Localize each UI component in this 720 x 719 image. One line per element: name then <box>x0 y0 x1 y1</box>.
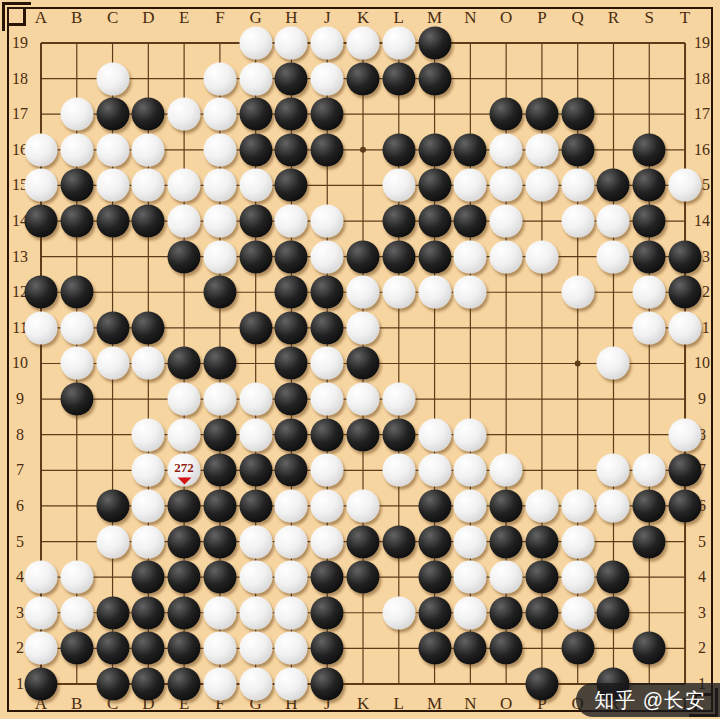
white-stone-C10 <box>96 347 129 380</box>
white-stone-B11 <box>60 311 93 344</box>
coordinate-label: 8 <box>16 427 24 443</box>
coordinate-label: M <box>427 695 442 712</box>
white-stone-B17 <box>60 98 93 131</box>
white-stone-D10 <box>132 347 165 380</box>
black-stone-S15 <box>633 169 666 202</box>
coordinate-label: A <box>35 9 47 26</box>
white-stone-B10 <box>60 347 93 380</box>
white-stone-N5 <box>454 525 487 558</box>
white-stone-G1 <box>239 667 272 700</box>
coordinate-label: 3 <box>698 605 706 621</box>
black-stone-K18 <box>347 62 380 95</box>
coordinate-label: Q <box>572 9 584 26</box>
coordinate-label: 6 <box>16 498 24 514</box>
black-stone-C17 <box>96 98 129 131</box>
white-stone-Q12 <box>561 276 594 309</box>
black-stone-M18 <box>418 62 451 95</box>
black-stone-G7 <box>239 454 272 487</box>
black-stone-R15 <box>597 169 630 202</box>
black-stone-J11 <box>311 311 344 344</box>
black-stone-D2 <box>132 632 165 665</box>
white-stone-M8 <box>418 418 451 451</box>
black-stone-T7 <box>669 454 702 487</box>
black-stone-M19 <box>418 27 451 60</box>
white-stone-J13 <box>311 240 344 273</box>
black-stone-M2 <box>418 632 451 665</box>
coordinate-label: H <box>285 9 297 26</box>
white-stone-F3 <box>203 596 236 629</box>
white-stone-G3 <box>239 596 272 629</box>
black-stone-S14 <box>633 205 666 238</box>
black-stone-C2 <box>96 632 129 665</box>
coordinate-label: 5 <box>16 534 24 550</box>
white-stone-N12 <box>454 276 487 309</box>
white-stone-N3 <box>454 596 487 629</box>
black-stone-J8 <box>311 418 344 451</box>
black-stone-M14 <box>418 205 451 238</box>
coordinate-label: N <box>464 9 476 26</box>
black-stone-M6 <box>418 489 451 522</box>
white-stone-L3 <box>382 596 415 629</box>
white-stone-O13 <box>490 240 523 273</box>
white-stone-D15 <box>132 169 165 202</box>
black-stone-N16 <box>454 133 487 166</box>
black-stone-G6 <box>239 489 272 522</box>
black-stone-D3 <box>132 596 165 629</box>
black-stone-H11 <box>275 311 308 344</box>
coordinate-label: G <box>250 9 262 26</box>
white-stone-P15 <box>525 169 558 202</box>
black-stone-M5 <box>418 525 451 558</box>
coordinate-label: 1 <box>16 676 24 692</box>
black-stone-P5 <box>525 525 558 558</box>
white-stone-G19 <box>239 27 272 60</box>
black-stone-B15 <box>60 169 93 202</box>
white-stone-H2 <box>275 632 308 665</box>
coordinate-label: 9 <box>16 391 24 407</box>
black-stone-L14 <box>382 205 415 238</box>
black-stone-G13 <box>239 240 272 273</box>
black-stone-A12 <box>25 276 58 309</box>
white-stone-J18 <box>311 62 344 95</box>
white-stone-A15 <box>25 169 58 202</box>
coordinate-label: 18 <box>694 71 710 87</box>
black-stone-G14 <box>239 205 272 238</box>
white-stone-E9 <box>168 383 201 416</box>
white-stone-L19 <box>382 27 415 60</box>
watermark-badge: 知乎 @长安 <box>576 683 720 717</box>
black-stone-A14 <box>25 205 58 238</box>
coordinate-label: 16 <box>694 142 710 158</box>
black-stone-P1 <box>525 667 558 700</box>
white-stone-P16 <box>525 133 558 166</box>
white-stone-G2 <box>239 632 272 665</box>
black-stone-J16 <box>311 133 344 166</box>
white-stone-F18 <box>203 62 236 95</box>
coordinate-label: C <box>107 9 118 26</box>
black-stone-P4 <box>525 561 558 594</box>
white-stone-N13 <box>454 240 487 273</box>
white-stone-P13 <box>525 240 558 273</box>
black-stone-H18 <box>275 62 308 95</box>
coordinate-label: P <box>537 9 546 26</box>
white-stone-E15 <box>168 169 201 202</box>
black-stone-K5 <box>347 525 380 558</box>
coordinate-label: 2 <box>16 640 24 656</box>
white-stone-F17 <box>203 98 236 131</box>
black-stone-E1 <box>168 667 201 700</box>
black-stone-T6 <box>669 489 702 522</box>
black-stone-B9 <box>60 383 93 416</box>
black-stone-E10 <box>168 347 201 380</box>
black-stone-P3 <box>525 596 558 629</box>
black-stone-T12 <box>669 276 702 309</box>
black-stone-F4 <box>203 561 236 594</box>
black-stone-E2 <box>168 632 201 665</box>
white-stone-F1 <box>203 667 236 700</box>
coordinate-label: 10 <box>694 355 710 371</box>
black-stone-O6 <box>490 489 523 522</box>
black-stone-E13 <box>168 240 201 273</box>
black-stone-O17 <box>490 98 523 131</box>
white-stone-S7 <box>633 454 666 487</box>
black-stone-L13 <box>382 240 415 273</box>
white-stone-F16 <box>203 133 236 166</box>
coordinate-label: 18 <box>12 71 28 87</box>
coordinate-label: K <box>357 695 369 712</box>
black-stone-J3 <box>311 596 344 629</box>
black-stone-M15 <box>418 169 451 202</box>
black-stone-L5 <box>382 525 415 558</box>
coordinate-label: 17 <box>694 106 710 122</box>
white-stone-S12 <box>633 276 666 309</box>
white-stone-A11 <box>25 311 58 344</box>
white-stone-D6 <box>132 489 165 522</box>
coordinate-label: O <box>500 9 512 26</box>
black-stone-D17 <box>132 98 165 131</box>
white-stone-J9 <box>311 383 344 416</box>
white-stone-O4 <box>490 561 523 594</box>
white-stone-E17 <box>168 98 201 131</box>
white-stone-L9 <box>382 383 415 416</box>
black-stone-S16 <box>633 133 666 166</box>
coordinate-label: 17 <box>12 106 28 122</box>
coordinate-label: 7 <box>16 462 24 478</box>
white-stone-R13 <box>597 240 630 273</box>
white-stone-H5 <box>275 525 308 558</box>
white-stone-H19 <box>275 27 308 60</box>
white-stone-R7 <box>597 454 630 487</box>
coordinate-label: S <box>645 9 654 26</box>
star-point-K16 <box>360 147 366 153</box>
black-stone-O5 <box>490 525 523 558</box>
white-stone-D16 <box>132 133 165 166</box>
white-stone-A16 <box>25 133 58 166</box>
black-stone-B12 <box>60 276 93 309</box>
white-stone-G4 <box>239 561 272 594</box>
white-stone-O16 <box>490 133 523 166</box>
white-stone-F14 <box>203 205 236 238</box>
black-stone-G17 <box>239 98 272 131</box>
black-stone-H16 <box>275 133 308 166</box>
black-stone-F5 <box>203 525 236 558</box>
black-stone-N14 <box>454 205 487 238</box>
coordinate-label: N <box>464 695 476 712</box>
black-stone-N2 <box>454 632 487 665</box>
white-stone-H1 <box>275 667 308 700</box>
black-stone-H17 <box>275 98 308 131</box>
coordinate-label: K <box>357 9 369 26</box>
black-stone-O3 <box>490 596 523 629</box>
white-stone-J5 <box>311 525 344 558</box>
white-stone-M7 <box>418 454 451 487</box>
white-stone-N6 <box>454 489 487 522</box>
white-stone-L12 <box>382 276 415 309</box>
black-stone-L18 <box>382 62 415 95</box>
white-stone-P6 <box>525 489 558 522</box>
black-stone-J12 <box>311 276 344 309</box>
white-stone-S11 <box>633 311 666 344</box>
white-stone-G5 <box>239 525 272 558</box>
white-stone-J19 <box>311 27 344 60</box>
black-stone-E3 <box>168 596 201 629</box>
black-stone-Q17 <box>561 98 594 131</box>
black-stone-Q2 <box>561 632 594 665</box>
black-stone-H15 <box>275 169 308 202</box>
black-stone-M13 <box>418 240 451 273</box>
white-stone-A2 <box>25 632 58 665</box>
black-stone-H10 <box>275 347 308 380</box>
black-stone-S2 <box>633 632 666 665</box>
black-stone-J1 <box>311 667 344 700</box>
white-stone-A3 <box>25 596 58 629</box>
black-stone-D11 <box>132 311 165 344</box>
black-stone-H9 <box>275 383 308 416</box>
black-stone-T13 <box>669 240 702 273</box>
white-stone-K9 <box>347 383 380 416</box>
black-stone-D14 <box>132 205 165 238</box>
black-stone-D4 <box>132 561 165 594</box>
black-stone-C3 <box>96 596 129 629</box>
black-stone-R4 <box>597 561 630 594</box>
white-stone-J6 <box>311 489 344 522</box>
white-stone-K11 <box>347 311 380 344</box>
coordinate-label: 13 <box>12 249 28 265</box>
black-stone-S5 <box>633 525 666 558</box>
white-stone-F13 <box>203 240 236 273</box>
black-stone-G11 <box>239 311 272 344</box>
white-stone-D7 <box>132 454 165 487</box>
coordinate-label: M <box>427 9 442 26</box>
coordinate-label: 4 <box>698 569 706 585</box>
white-stone-H3 <box>275 596 308 629</box>
white-stone-N7 <box>454 454 487 487</box>
coordinate-label: 4 <box>16 569 24 585</box>
white-stone-Q3 <box>561 596 594 629</box>
black-stone-B14 <box>60 205 93 238</box>
black-stone-M16 <box>418 133 451 166</box>
coordinate-label: O <box>500 695 512 712</box>
black-stone-E6 <box>168 489 201 522</box>
white-stone-G15 <box>239 169 272 202</box>
white-stone-J7 <box>311 454 344 487</box>
black-stone-H8 <box>275 418 308 451</box>
white-stone-G9 <box>239 383 272 416</box>
white-stone-A4 <box>25 561 58 594</box>
white-stone-H4 <box>275 561 308 594</box>
white-stone-D5 <box>132 525 165 558</box>
black-stone-C11 <box>96 311 129 344</box>
white-stone-H14 <box>275 205 308 238</box>
coordinate-label: J <box>324 9 331 26</box>
white-stone-R10 <box>597 347 630 380</box>
star-point-Q10 <box>575 360 581 366</box>
coordinate-label: 14 <box>694 213 710 229</box>
white-stone-T11 <box>669 311 702 344</box>
black-stone-H7 <box>275 454 308 487</box>
white-stone-N15 <box>454 169 487 202</box>
black-stone-D1 <box>132 667 165 700</box>
black-stone-J4 <box>311 561 344 594</box>
black-stone-K13 <box>347 240 380 273</box>
black-stone-F12 <box>203 276 236 309</box>
white-stone-O7 <box>490 454 523 487</box>
white-stone-Q5 <box>561 525 594 558</box>
coordinate-label: 10 <box>12 355 28 371</box>
black-stone-E4 <box>168 561 201 594</box>
white-stone-L15 <box>382 169 415 202</box>
coordinate-label: E <box>179 9 189 26</box>
black-stone-C14 <box>96 205 129 238</box>
white-stone-E8 <box>168 418 201 451</box>
coordinate-label: 19 <box>12 35 28 51</box>
white-stone-B16 <box>60 133 93 166</box>
black-stone-H13 <box>275 240 308 273</box>
black-stone-F6 <box>203 489 236 522</box>
white-stone-E7: 272 <box>168 454 201 487</box>
black-stone-K4 <box>347 561 380 594</box>
black-stone-F8 <box>203 418 236 451</box>
white-stone-B4 <box>60 561 93 594</box>
white-stone-O14 <box>490 205 523 238</box>
black-stone-F10 <box>203 347 236 380</box>
black-stone-R3 <box>597 596 630 629</box>
white-stone-C15 <box>96 169 129 202</box>
white-stone-B3 <box>60 596 93 629</box>
black-stone-P17 <box>525 98 558 131</box>
black-stone-E5 <box>168 525 201 558</box>
black-stone-J17 <box>311 98 344 131</box>
white-stone-F2 <box>203 632 236 665</box>
white-stone-T15 <box>669 169 702 202</box>
white-stone-L7 <box>382 454 415 487</box>
white-stone-F15 <box>203 169 236 202</box>
coordinate-label: T <box>680 9 690 26</box>
black-stone-B2 <box>60 632 93 665</box>
white-stone-T8 <box>669 418 702 451</box>
white-stone-N8 <box>454 418 487 451</box>
white-stone-C18 <box>96 62 129 95</box>
white-stone-R6 <box>597 489 630 522</box>
move-number-label: 272 <box>174 460 194 476</box>
black-stone-C1 <box>96 667 129 700</box>
black-stone-L8 <box>382 418 415 451</box>
white-stone-K12 <box>347 276 380 309</box>
black-stone-S13 <box>633 240 666 273</box>
white-stone-M12 <box>418 276 451 309</box>
white-stone-R14 <box>597 205 630 238</box>
white-stone-N4 <box>454 561 487 594</box>
black-stone-M3 <box>418 596 451 629</box>
black-stone-O2 <box>490 632 523 665</box>
white-stone-Q15 <box>561 169 594 202</box>
coordinate-label: D <box>142 9 154 26</box>
last-move-marker-icon <box>177 478 191 485</box>
black-stone-G16 <box>239 133 272 166</box>
black-stone-L16 <box>382 133 415 166</box>
white-stone-J14 <box>311 205 344 238</box>
coordinate-label: B <box>71 695 82 712</box>
black-stone-F7 <box>203 454 236 487</box>
white-stone-J10 <box>311 347 344 380</box>
white-stone-G8 <box>239 418 272 451</box>
white-stone-C16 <box>96 133 129 166</box>
coordinate-label: L <box>394 9 404 26</box>
coordinate-label: 5 <box>698 534 706 550</box>
white-stone-Q14 <box>561 205 594 238</box>
white-stone-O15 <box>490 169 523 202</box>
coordinate-label: 3 <box>16 605 24 621</box>
black-stone-M4 <box>418 561 451 594</box>
white-stone-Q4 <box>561 561 594 594</box>
white-stone-G18 <box>239 62 272 95</box>
black-stone-C6 <box>96 489 129 522</box>
black-stone-J2 <box>311 632 344 665</box>
black-stone-Q16 <box>561 133 594 166</box>
white-stone-Q6 <box>561 489 594 522</box>
white-stone-E14 <box>168 205 201 238</box>
white-stone-K19 <box>347 27 380 60</box>
coordinate-label: L <box>394 695 404 712</box>
black-stone-A1 <box>25 667 58 700</box>
white-stone-F9 <box>203 383 236 416</box>
black-stone-S6 <box>633 489 666 522</box>
coordinate-label: B <box>71 9 82 26</box>
coordinate-label: F <box>215 9 224 26</box>
black-stone-K8 <box>347 418 380 451</box>
white-stone-D8 <box>132 418 165 451</box>
white-stone-H6 <box>275 489 308 522</box>
coordinate-label: R <box>608 9 619 26</box>
white-stone-C5 <box>96 525 129 558</box>
coordinate-label: 9 <box>698 391 706 407</box>
white-stone-K6 <box>347 489 380 522</box>
coordinate-label: 19 <box>694 35 710 51</box>
coordinate-label: 2 <box>698 640 706 656</box>
black-stone-K10 <box>347 347 380 380</box>
black-stone-H12 <box>275 276 308 309</box>
